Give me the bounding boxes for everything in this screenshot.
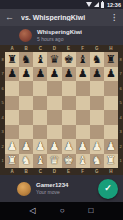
file-labels-top: ABCDEFGH [0,45,123,52]
opponent-row[interactable]: WhisperingKiwi 5 hours ago [0,26,123,45]
wifi-icon [86,2,92,7]
white-knight-icon: ♞ [21,155,31,166]
square-a5[interactable] [5,96,19,111]
rank-labels-right: 87654321 [118,52,123,168]
page-title: vs. WhisperingKiwi [21,14,110,21]
square-b6[interactable] [19,81,33,96]
square-b1[interactable]: ♞ [19,154,33,169]
square-f5[interactable] [76,96,90,111]
white-pawn-icon: ♟ [35,141,45,152]
back-arrow-icon[interactable]: ← [5,13,14,22]
status-bar: 12:36 [0,0,123,9]
white-knight-icon: ♞ [92,155,102,166]
square-c7[interactable]: ♟ [33,67,47,82]
check-icon: ✓ [104,184,112,193]
black-pawn-icon: ♟ [7,68,17,79]
file-label: D [47,45,61,52]
square-f7[interactable]: ♟ [76,67,90,82]
white-pawn-icon: ♟ [78,141,88,152]
square-e4[interactable] [62,110,76,125]
battery-icon [101,2,104,8]
square-f3[interactable] [76,125,90,140]
square-c5[interactable] [33,96,47,111]
white-rook-icon: ♜ [7,155,17,166]
white-rook-icon: ♜ [106,155,116,166]
square-h6[interactable] [104,81,118,96]
square-c1[interactable]: ♝ [33,154,47,169]
signal-icon [94,2,99,7]
chess-board: ABCDEFGH 87654321 ♜♞♝♛♚♝♞♜♟♟♟♟♟♟♟♟♟♟♟♟♟♟… [0,45,123,175]
square-d6[interactable] [47,81,61,96]
square-h4[interactable] [104,110,118,125]
square-h1[interactable]: ♜ [104,154,118,169]
black-rook-icon: ♜ [7,54,17,65]
square-h8[interactable]: ♜ [104,52,118,67]
nav-home-icon[interactable]: ○ [60,207,65,215]
square-g3[interactable] [90,125,104,140]
rank-label: 4 [118,110,123,125]
file-label: B [19,45,33,52]
square-c8[interactable]: ♝ [33,52,47,67]
white-pawn-icon: ♟ [106,141,116,152]
square-f1[interactable]: ♝ [76,154,90,169]
black-king-icon: ♚ [64,54,74,65]
file-label: C [33,45,47,52]
square-a6[interactable] [5,81,19,96]
black-pawn-icon: ♟ [64,68,74,79]
square-a7[interactable]: ♟ [5,67,19,82]
black-bishop-icon: ♝ [35,54,45,65]
file-label: H [104,168,118,175]
square-h7[interactable]: ♟ [104,67,118,82]
rank-label: 2 [118,139,123,154]
square-c4[interactable] [33,110,47,125]
square-h2[interactable]: ♟ [104,139,118,154]
white-pawn-icon: ♟ [21,141,31,152]
rank-label: 3 [118,125,123,140]
rank-label: 6 [118,81,123,96]
square-e8[interactable]: ♚ [62,52,76,67]
square-e2[interactable]: ♟ [62,139,76,154]
square-e7[interactable]: ♟ [62,67,76,82]
square-d4[interactable] [47,110,61,125]
square-b8[interactable]: ♞ [19,52,33,67]
square-d2[interactable]: ♟ [47,139,61,154]
overflow-menu-icon[interactable]: ⋮ [110,13,118,22]
square-e6[interactable] [62,81,76,96]
file-label: F [76,168,90,175]
white-pawn-icon: ♟ [92,141,102,152]
file-label: A [5,168,19,175]
file-label: G [90,168,104,175]
white-bishop-icon: ♝ [78,155,88,166]
square-g1[interactable]: ♞ [90,154,104,169]
square-d1[interactable]: ♛ [47,154,61,169]
player-avatar [17,182,31,196]
file-label: F [76,45,90,52]
square-f8[interactable]: ♝ [76,52,90,67]
square-g5[interactable] [90,96,104,111]
rank-label: 8 [118,52,123,67]
black-pawn-icon: ♟ [92,68,102,79]
player-status: Your move [36,189,98,195]
square-a1[interactable]: ♜ [5,154,19,169]
status-time: 12:36 [107,2,121,8]
rank-label: 5 [118,96,123,111]
white-pawn-icon: ♟ [7,141,17,152]
file-labels-bottom: ABCDEFGH [0,168,123,175]
file-label: H [104,45,118,52]
black-knight-icon: ♞ [92,54,102,65]
square-a8[interactable]: ♜ [5,52,19,67]
square-g7[interactable]: ♟ [90,67,104,82]
white-bishop-icon: ♝ [35,155,45,166]
square-c6[interactable] [33,81,47,96]
square-g6[interactable] [90,81,104,96]
square-b5[interactable] [19,96,33,111]
square-e5[interactable] [62,96,76,111]
file-label: B [19,168,33,175]
square-h3[interactable] [104,125,118,140]
android-nav-bar: ◁ ○ □ [0,202,123,220]
confirm-move-button[interactable]: ✓ [98,179,118,199]
square-e3[interactable] [62,125,76,140]
opponent-avatar [19,29,32,42]
black-bishop-icon: ♝ [78,54,88,65]
player-row: Gamer1234 Your move ✓ [0,175,123,202]
square-a3[interactable] [5,125,19,140]
black-knight-icon: ♞ [21,54,31,65]
board-grid: ♜♞♝♛♚♝♞♜♟♟♟♟♟♟♟♟♟♟♟♟♟♟♟♟♜♞♝♛♚♝♞♜ [5,52,118,168]
square-d8[interactable]: ♛ [47,52,61,67]
player-name: Gamer1234 [36,182,98,189]
square-g4[interactable] [90,110,104,125]
rank-label: 7 [118,67,123,82]
square-a4[interactable] [5,110,19,125]
nav-back-icon[interactable]: ◁ [30,207,36,215]
file-label: G [90,45,104,52]
square-h5[interactable] [104,96,118,111]
file-label: E [62,45,76,52]
black-pawn-icon: ♟ [50,68,60,79]
white-queen-icon: ♛ [50,155,60,166]
square-f2[interactable]: ♟ [76,139,90,154]
white-pawn-icon: ♟ [50,141,60,152]
app-bar: ← vs. WhisperingKiwi ⋮ [0,9,123,26]
black-pawn-icon: ♟ [106,68,116,79]
file-label: D [47,168,61,175]
square-a2[interactable]: ♟ [5,139,19,154]
nav-recents-icon[interactable]: □ [89,207,94,215]
white-king-icon: ♚ [64,155,74,166]
black-queen-icon: ♛ [50,54,60,65]
square-b7[interactable]: ♟ [19,67,33,82]
square-g8[interactable]: ♞ [90,52,104,67]
square-c3[interactable] [33,125,47,140]
rank-label: 1 [118,154,123,169]
square-b4[interactable] [19,110,33,125]
square-d3[interactable] [47,125,61,140]
opponent-name: WhisperingKiwi [37,29,123,36]
square-e1[interactable]: ♚ [62,154,76,169]
black-rook-icon: ♜ [106,54,116,65]
white-pawn-icon: ♟ [64,141,74,152]
square-d7[interactable]: ♟ [47,67,61,82]
file-label: E [62,168,76,175]
square-b2[interactable]: ♟ [19,139,33,154]
file-label: A [5,45,19,52]
black-pawn-icon: ♟ [35,68,45,79]
square-b3[interactable] [19,125,33,140]
square-g2[interactable]: ♟ [90,139,104,154]
opponent-status: 5 hours ago [37,36,123,42]
square-c2[interactable]: ♟ [33,139,47,154]
black-pawn-icon: ♟ [78,68,88,79]
file-label: C [33,168,47,175]
black-pawn-icon: ♟ [21,68,31,79]
square-d5[interactable] [47,96,61,111]
square-f6[interactable] [76,81,90,96]
square-f4[interactable] [76,110,90,125]
